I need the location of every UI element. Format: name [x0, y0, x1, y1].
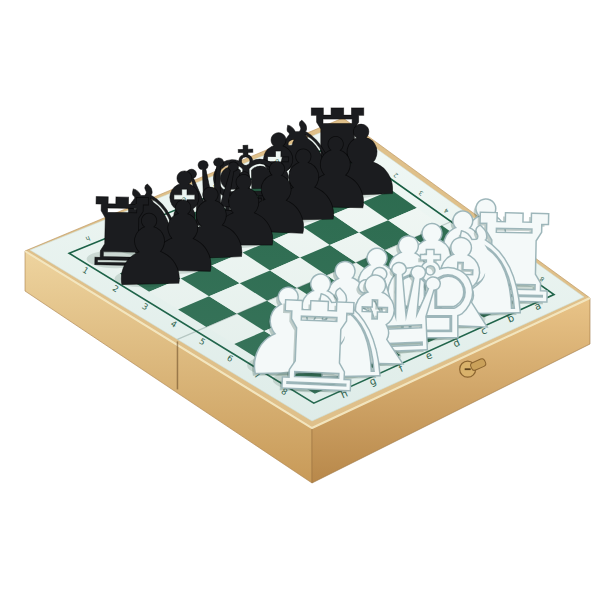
piece-white-rook-h8[interactable]: ♜♜♜: [259, 276, 374, 421]
chess-scene: hhggffeeddccbbaa1122334455667788♜♞♟♝♟♚♟♛…: [0, 0, 600, 600]
glyph: ♟: [105, 193, 194, 308]
chess-set-photo: hhggffeeddccbbaa1122334455667788♜♞♟♝♟♚♟♛…: [0, 0, 600, 600]
glyph: ♜: [262, 276, 374, 418]
piece-black-pawn-h2[interactable]: ♟: [105, 193, 194, 308]
